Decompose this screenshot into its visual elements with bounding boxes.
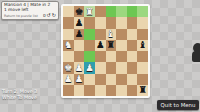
- white-pawn: ♟: [75, 63, 84, 73]
- square-e2[interactable]: [106, 74, 117, 85]
- square-b7[interactable]: ♟: [74, 17, 85, 28]
- square-g8[interactable]: [127, 6, 138, 17]
- square-d6[interactable]: [95, 29, 106, 40]
- square-f1[interactable]: [116, 85, 127, 96]
- square-g5[interactable]: [127, 40, 138, 51]
- square-d4[interactable]: [95, 51, 106, 62]
- square-h2[interactable]: [137, 74, 148, 85]
- square-e4[interactable]: [106, 51, 117, 62]
- square-e8[interactable]: [106, 6, 117, 17]
- white-king: ♚: [64, 63, 73, 73]
- undo-icon[interactable]: ↺: [47, 13, 51, 18]
- side-to-move-line: White To Move: [2, 95, 37, 101]
- square-h1[interactable]: ♜: [137, 85, 148, 96]
- square-g1[interactable]: [127, 85, 138, 96]
- square-d2[interactable]: [95, 74, 106, 85]
- square-b4[interactable]: [74, 51, 85, 62]
- square-c3[interactable]: ♟: [84, 62, 95, 73]
- square-a3[interactable]: ♚: [63, 62, 74, 73]
- reset-counter: 0: [43, 13, 46, 18]
- black-pawn: ♟: [96, 40, 105, 50]
- white-bishop: ♝: [107, 29, 116, 39]
- square-h6[interactable]: [137, 29, 148, 40]
- board-frame: ♚♜♟♟♝♞♟♜♝♚♟♟♟♟♜: [61, 4, 150, 98]
- square-h5[interactable]: ♝: [137, 40, 148, 51]
- white-pawn: ♟: [75, 74, 84, 84]
- white-rook: ♜: [85, 7, 94, 17]
- white-knight: ♞: [64, 40, 73, 50]
- game-screen: Mansion 4 | Mate in 2 1 move left Return…: [0, 0, 200, 112]
- square-d3[interactable]: [95, 62, 106, 73]
- square-c6[interactable]: [84, 29, 95, 40]
- black-king: ♚: [75, 7, 84, 17]
- black-bishop: ♝: [138, 40, 147, 50]
- square-e7[interactable]: [106, 17, 117, 28]
- square-a5[interactable]: ♞: [63, 40, 74, 51]
- square-e6[interactable]: ♝: [106, 29, 117, 40]
- square-c5[interactable]: [84, 40, 95, 51]
- square-a1[interactable]: [63, 85, 74, 96]
- square-f7[interactable]: [116, 17, 127, 28]
- square-g6[interactable]: [127, 29, 138, 40]
- square-c1[interactable]: [84, 85, 95, 96]
- square-d1[interactable]: [95, 85, 106, 96]
- square-f8[interactable]: [116, 6, 127, 17]
- square-a2[interactable]: ♟: [63, 74, 74, 85]
- white-pawn: ♟: [85, 63, 94, 73]
- turn-status: Turn 2, Move 3 White To Move: [2, 89, 37, 101]
- square-g3[interactable]: [127, 62, 138, 73]
- square-b5[interactable]: [74, 40, 85, 51]
- square-d7[interactable]: [95, 17, 106, 28]
- square-f5[interactable]: [116, 40, 127, 51]
- black-pawn: ♟: [75, 18, 84, 28]
- square-b8[interactable]: ♚: [74, 6, 85, 17]
- square-e3[interactable]: [106, 62, 117, 73]
- square-g4[interactable]: [127, 51, 138, 62]
- square-f3[interactable]: [116, 62, 127, 73]
- edge-piece-body: [192, 51, 200, 62]
- square-b2[interactable]: ♟: [74, 74, 85, 85]
- square-a4[interactable]: [63, 51, 74, 62]
- quit-to-menu-button[interactable]: Quit to Menu: [157, 100, 199, 110]
- square-a7[interactable]: [63, 17, 74, 28]
- square-b1[interactable]: [74, 85, 85, 96]
- square-h3[interactable]: [137, 62, 148, 73]
- black-rook: ♜: [107, 40, 116, 50]
- white-pawn: ♟: [64, 74, 73, 84]
- square-f6[interactable]: [116, 29, 127, 40]
- square-b3[interactable]: ♟: [74, 62, 85, 73]
- puzzle-info-panel: Mansion 4 | Mate in 2 1 move left Return…: [1, 1, 59, 20]
- square-a6[interactable]: [63, 29, 74, 40]
- square-c7[interactable]: [84, 17, 95, 28]
- square-f4[interactable]: [116, 51, 127, 62]
- square-e1[interactable]: [106, 85, 117, 96]
- edge-piece-silhouette: [193, 43, 200, 62]
- square-c8[interactable]: ♜: [84, 6, 95, 17]
- chess-board[interactable]: ♚♜♟♟♝♞♟♜♝♚♟♟♟♟♜: [63, 6, 148, 96]
- restart-icon[interactable]: ↻: [52, 13, 56, 18]
- square-d8[interactable]: [95, 6, 106, 17]
- square-h8[interactable]: [137, 6, 148, 17]
- square-h4[interactable]: [137, 51, 148, 62]
- square-a8[interactable]: [63, 6, 74, 17]
- square-e5[interactable]: ♜: [106, 40, 117, 51]
- puzzle-footer-text: Return to puzzle list: [4, 14, 38, 18]
- black-rook: ♜: [138, 85, 147, 95]
- square-g7[interactable]: [127, 17, 138, 28]
- square-h7[interactable]: [137, 17, 148, 28]
- square-c2[interactable]: [84, 74, 95, 85]
- square-d5[interactable]: ♟: [95, 40, 106, 51]
- square-b6[interactable]: ♟: [74, 29, 85, 40]
- square-c4[interactable]: [84, 51, 95, 62]
- black-pawn: ♟: [75, 29, 84, 39]
- square-g2[interactable]: [127, 74, 138, 85]
- square-f2[interactable]: [116, 74, 127, 85]
